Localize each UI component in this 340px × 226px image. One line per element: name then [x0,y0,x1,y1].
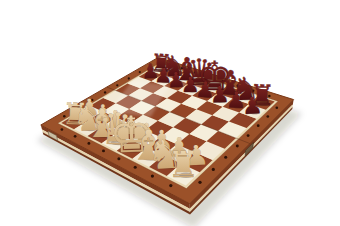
frame-dot-icon [257,124,260,127]
frame-dot-icon [236,145,239,148]
piece-black-pawn-h7: ♟ [241,91,263,119]
frame-dot-icon [247,134,250,137]
frame-dot-icon [224,156,227,159]
chess-board: ♜♞♟♝♟♛♟♚♟♝♟♞♟♜♟♟♟♟♜♟♞♟♝♟♛♟♚♟♝♟♞♜ [0,0,340,226]
frame-dot-icon [275,106,278,109]
frame-dot-icon [128,77,130,79]
frame-dot-icon [212,168,215,171]
piece-white-rook-h1: ♜ [167,144,199,185]
frame-dot-icon [116,84,118,86]
frame-dot-icon [104,91,106,93]
chess-set-photo: ♜♞♟♝♟♛♟♚♟♝♟♞♟♜♟♟♟♟♜♟♞♟♝♟♛♟♚♟♝♟♞♜ [0,0,340,226]
frame-dot-icon [266,115,269,118]
